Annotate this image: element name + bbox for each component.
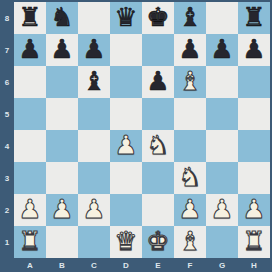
file-label-g: G — [206, 258, 238, 272]
square-f2[interactable]: ♟ — [174, 194, 206, 226]
square-b5[interactable] — [46, 98, 78, 130]
square-h1[interactable]: ♜ — [238, 226, 270, 258]
piece-black-pawn[interactable]: ♟ — [18, 34, 41, 65]
chess-board[interactable]: ♜♞♛♚♝♜♟♟♟♟♟♟♝♟♝♟♞♞♟♟♟♟♟♟♜♛♚♝♜ — [14, 2, 270, 258]
square-h4[interactable] — [238, 130, 270, 162]
piece-black-pawn[interactable]: ♟ — [210, 34, 233, 65]
square-b4[interactable] — [46, 130, 78, 162]
piece-black-pawn[interactable]: ♟ — [82, 34, 105, 65]
square-c2[interactable]: ♟ — [78, 194, 110, 226]
square-f4[interactable] — [174, 130, 206, 162]
square-c3[interactable] — [78, 162, 110, 194]
square-e1[interactable]: ♚ — [142, 226, 174, 258]
piece-black-pawn[interactable]: ♟ — [242, 34, 265, 65]
square-g2[interactable]: ♟ — [206, 194, 238, 226]
piece-white-pawn[interactable]: ♟ — [242, 194, 265, 225]
piece-black-knight[interactable]: ♞ — [50, 2, 73, 33]
rank-label-8: 8 — [0, 2, 14, 34]
piece-white-bishop[interactable]: ♝ — [178, 226, 201, 257]
square-g5[interactable] — [206, 98, 238, 130]
square-a4[interactable] — [14, 130, 46, 162]
file-label-c: C — [78, 258, 110, 272]
square-a7[interactable]: ♟ — [14, 34, 46, 66]
rank-labels: 87654321 — [0, 2, 14, 258]
piece-white-pawn[interactable]: ♟ — [210, 194, 233, 225]
square-f7[interactable]: ♟ — [174, 34, 206, 66]
square-f1[interactable]: ♝ — [174, 226, 206, 258]
square-d7[interactable] — [110, 34, 142, 66]
file-labels: ABCDEFGH — [14, 258, 270, 272]
square-h3[interactable] — [238, 162, 270, 194]
square-e6[interactable]: ♟ — [142, 66, 174, 98]
square-e8[interactable]: ♚ — [142, 2, 174, 34]
square-e7[interactable] — [142, 34, 174, 66]
piece-black-king[interactable]: ♚ — [146, 2, 169, 33]
file-label-e: E — [142, 258, 174, 272]
square-e3[interactable] — [142, 162, 174, 194]
square-e5[interactable] — [142, 98, 174, 130]
rank-label-1: 1 — [0, 226, 14, 258]
piece-white-knight[interactable]: ♞ — [146, 130, 169, 161]
square-b3[interactable] — [46, 162, 78, 194]
rank-label-3: 3 — [0, 162, 14, 194]
square-a3[interactable] — [14, 162, 46, 194]
square-f3[interactable]: ♞ — [174, 162, 206, 194]
square-g8[interactable] — [206, 2, 238, 34]
square-g6[interactable] — [206, 66, 238, 98]
square-a1[interactable]: ♜ — [14, 226, 46, 258]
piece-black-bishop[interactable]: ♝ — [82, 66, 105, 97]
square-g1[interactable] — [206, 226, 238, 258]
piece-white-pawn[interactable]: ♟ — [50, 194, 73, 225]
square-g7[interactable]: ♟ — [206, 34, 238, 66]
piece-white-pawn[interactable]: ♟ — [18, 194, 41, 225]
file-label-h: H — [238, 258, 270, 272]
square-b8[interactable]: ♞ — [46, 2, 78, 34]
square-b2[interactable]: ♟ — [46, 194, 78, 226]
square-c4[interactable] — [78, 130, 110, 162]
square-d2[interactable] — [110, 194, 142, 226]
piece-black-pawn[interactable]: ♟ — [178, 34, 201, 65]
square-d8[interactable]: ♛ — [110, 2, 142, 34]
square-c1[interactable] — [78, 226, 110, 258]
file-label-f: F — [174, 258, 206, 272]
chess-board-frame: 87654321 ♜♞♛♚♝♜♟♟♟♟♟♟♝♟♝♟♞♞♟♟♟♟♟♟♜♛♚♝♜ A… — [0, 0, 272, 272]
square-f5[interactable] — [174, 98, 206, 130]
rank-label-5: 5 — [0, 98, 14, 130]
square-b7[interactable]: ♟ — [46, 34, 78, 66]
square-g4[interactable] — [206, 130, 238, 162]
file-label-d: D — [110, 258, 142, 272]
square-d4[interactable]: ♟ — [110, 130, 142, 162]
square-f8[interactable]: ♝ — [174, 2, 206, 34]
rank-label-2: 2 — [0, 194, 14, 226]
square-c8[interactable] — [78, 2, 110, 34]
square-c7[interactable]: ♟ — [78, 34, 110, 66]
square-h5[interactable] — [238, 98, 270, 130]
piece-white-rook[interactable]: ♜ — [242, 226, 265, 257]
piece-white-queen[interactable]: ♛ — [114, 226, 137, 257]
piece-black-queen[interactable]: ♛ — [114, 2, 137, 33]
piece-white-bishop[interactable]: ♝ — [178, 66, 201, 97]
rank-label-4: 4 — [0, 130, 14, 162]
piece-white-knight[interactable]: ♞ — [178, 162, 201, 193]
square-e2[interactable] — [142, 194, 174, 226]
square-e4[interactable]: ♞ — [142, 130, 174, 162]
piece-white-pawn[interactable]: ♟ — [114, 130, 137, 161]
file-label-a: A — [14, 258, 46, 272]
piece-white-king[interactable]: ♚ — [146, 226, 169, 257]
piece-black-bishop[interactable]: ♝ — [178, 2, 201, 33]
square-h2[interactable]: ♟ — [238, 194, 270, 226]
square-a5[interactable] — [14, 98, 46, 130]
square-d5[interactable] — [110, 98, 142, 130]
square-h8[interactable]: ♜ — [238, 2, 270, 34]
square-a8[interactable]: ♜ — [14, 2, 46, 34]
square-d1[interactable]: ♛ — [110, 226, 142, 258]
piece-black-rook[interactable]: ♜ — [242, 2, 265, 33]
piece-white-pawn[interactable]: ♟ — [178, 194, 201, 225]
square-g3[interactable] — [206, 162, 238, 194]
piece-black-rook[interactable]: ♜ — [18, 2, 41, 33]
square-d3[interactable] — [110, 162, 142, 194]
square-a2[interactable]: ♟ — [14, 194, 46, 226]
square-a6[interactable] — [14, 66, 46, 98]
piece-white-pawn[interactable]: ♟ — [82, 194, 105, 225]
square-c6[interactable]: ♝ — [78, 66, 110, 98]
piece-black-pawn[interactable]: ♟ — [146, 66, 169, 97]
rank-label-7: 7 — [0, 34, 14, 66]
square-d6[interactable] — [110, 66, 142, 98]
square-h7[interactable]: ♟ — [238, 34, 270, 66]
square-b6[interactable] — [46, 66, 78, 98]
square-c5[interactable] — [78, 98, 110, 130]
square-h6[interactable] — [238, 66, 270, 98]
square-f6[interactable]: ♝ — [174, 66, 206, 98]
square-b1[interactable] — [46, 226, 78, 258]
piece-black-pawn[interactable]: ♟ — [50, 34, 73, 65]
rank-label-6: 6 — [0, 66, 14, 98]
file-label-b: B — [46, 258, 78, 272]
piece-white-rook[interactable]: ♜ — [18, 226, 41, 257]
